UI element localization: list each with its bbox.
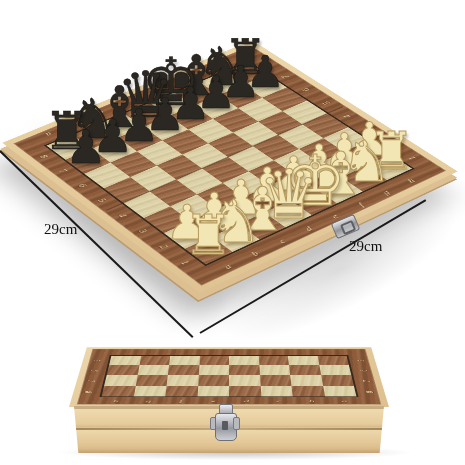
folded-file-label-c: c [276,399,281,403]
folded-square-g7 [135,375,167,385]
folded-board-border: hgfedcba55667788 [77,349,382,404]
folded-square-h6 [107,365,139,375]
rank-label-far-2: 2 [385,140,396,146]
rank-label-far-5: 5 [321,100,332,105]
folded-rank-label-left-8: 8 [82,391,93,393]
chess-set-product-photo: 88hh77gg66ff55ee44dd33cc22bb11aa ♜♞♝♛♚♝♞… [0,0,465,465]
file-label-far-b: b [70,120,80,126]
folded-file-label-h: h [113,399,119,403]
file-label-far-f: f [173,78,181,83]
folded-square-d6 [229,365,260,375]
folded-rank-label-right-7: 7 [362,380,372,382]
folded-file-label-b: b [309,399,315,403]
rank-label-8: 8 [38,154,50,160]
folded-square-e6 [198,365,229,375]
folded-file-label-d: d [244,399,249,403]
folded-square-g8 [133,386,166,397]
rank-label-4: 4 [116,212,128,218]
rank-label-far-4: 4 [342,113,353,119]
folded-square-f5 [169,356,200,366]
folded-square-c6 [259,365,290,375]
folded-rank-label-right-8: 8 [365,391,376,393]
metal-clasp-icon [211,404,239,446]
file-label-h: h [407,178,418,185]
file-label-far-d: d [122,98,132,104]
folded-board-top-face: hgfedcba55667788 [69,347,389,407]
rank-label-far-6: 6 [301,86,312,91]
rank-label-far-7: 7 [281,73,292,78]
folded-square-e5 [199,356,229,366]
folded-square-g5 [139,356,170,366]
file-label-far-h: h [222,57,232,63]
rank-label-7: 7 [57,168,69,174]
file-label-b: b [250,250,261,257]
folded-file-label-g: g [145,399,151,403]
folded-square-a5 [317,356,349,366]
folded-square-g6 [137,365,169,375]
rank-label-far-3: 3 [363,127,374,133]
folded-square-b8 [291,386,324,397]
file-label-far-c: c [97,109,107,115]
folded-file-label-e: e [211,399,216,403]
folded-square-f8 [165,386,198,397]
folded-square-b7 [290,375,322,385]
folded-rank-label-left-7: 7 [85,380,95,382]
rank-label-3: 3 [137,228,149,234]
rank-label-far-8: 8 [261,61,272,66]
folded-square-e8 [197,386,229,397]
folded-board-grid [99,355,358,397]
file-label-a: a [223,263,234,270]
folded-rank-label-left-6: 6 [88,370,98,372]
folded-square-a7 [321,375,354,385]
dimension-label-right: 29cm [349,238,382,255]
folded-square-a6 [319,365,351,375]
folded-square-d5 [229,356,259,366]
file-label-d: d [304,225,315,232]
file-label-f: f [358,202,367,208]
file-label-far-g: g [198,67,208,73]
folded-square-b6 [289,365,321,375]
folded-square-c8 [260,386,293,397]
rank-label-5: 5 [96,197,108,203]
folded-rank-label-right-5: 5 [357,360,367,362]
file-label-g: g [381,189,392,196]
file-label-far-e: e [148,88,158,94]
folded-file-label-f: f [179,399,182,403]
rank-label-6: 6 [76,182,88,188]
folded-square-a8 [323,386,357,397]
folded-square-f6 [168,365,199,375]
rank-label-far-1: 1 [407,155,418,161]
folded-square-f7 [167,375,199,385]
folded-square-c7 [260,375,292,385]
folded-square-d8 [229,386,261,397]
folded-square-d7 [229,375,260,385]
folded-rank-label-right-6: 6 [359,370,369,372]
folded-square-e7 [198,375,229,385]
rank-label-1: 1 [179,259,191,266]
folded-square-h8 [102,386,136,397]
folded-file-label-a: a [341,399,347,403]
folded-square-c5 [258,356,289,366]
file-label-far-a: a [44,131,54,137]
folded-rank-label-left-5: 5 [91,360,101,362]
folded-square-h7 [104,375,137,385]
dimension-label-left: 29cm [44,221,77,238]
rank-label-2: 2 [157,243,169,250]
folded-square-b5 [288,356,319,366]
file-label-c: c [278,238,289,245]
folded-square-h5 [109,356,141,366]
